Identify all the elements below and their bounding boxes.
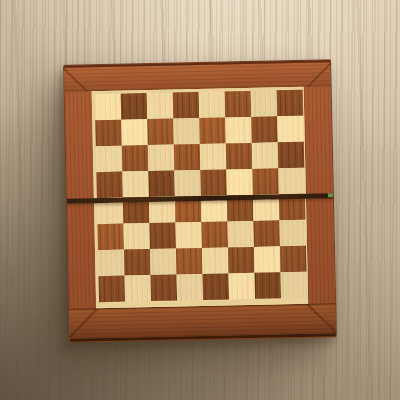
box-frame-bottom	[69, 303, 336, 342]
board-square-r2c3	[147, 119, 174, 146]
board-square-r1c4	[173, 92, 200, 119]
board-square-r4c6	[226, 169, 253, 196]
board-square-r3c6	[226, 143, 253, 170]
board-square-r3c7	[252, 142, 279, 169]
board-square-r8c8	[281, 272, 308, 299]
board-square-r2c7	[251, 116, 278, 143]
board-square-r2c1	[95, 120, 122, 147]
board-square-r7c6	[228, 247, 255, 274]
photo	[0, 0, 400, 400]
board-square-r7c7	[254, 246, 281, 273]
board-square-r4c7	[252, 168, 279, 195]
board-square-r7c2	[124, 249, 151, 276]
board-square-r2c2	[121, 119, 148, 146]
board-square-r1c1	[95, 94, 122, 121]
board-square-r8c5	[203, 273, 230, 300]
board-square-r6c3	[149, 223, 176, 250]
board-square-r7c8	[280, 246, 307, 273]
board-square-r2c5	[199, 117, 226, 144]
board-square-r6c7	[253, 220, 280, 247]
board-square-r2c6	[225, 117, 252, 144]
board-square-r1c3	[147, 93, 174, 120]
board-square-r6c1	[97, 224, 124, 251]
board-square-r1c8	[277, 90, 304, 117]
board-square-r6c8	[279, 220, 306, 247]
board-square-r1c6	[225, 91, 252, 118]
board-square-r2c4	[173, 118, 200, 145]
board-square-r7c3	[150, 249, 177, 276]
board-square-r4c2	[122, 171, 149, 198]
board-square-r8c3	[151, 275, 178, 302]
board-square-r4c4	[174, 170, 201, 197]
board-square-r4c5	[200, 169, 227, 196]
board-square-r4c3	[148, 171, 175, 198]
board-square-r1c5	[199, 91, 226, 118]
board-square-r3c4	[174, 144, 201, 171]
board-square-r3c8	[278, 142, 305, 169]
board-square-r6c4	[175, 222, 202, 249]
board-square-r4c8	[278, 168, 305, 195]
board-square-r7c4	[176, 248, 203, 275]
board-bottom-half	[97, 194, 307, 302]
board-square-r4c1	[96, 172, 123, 199]
board-square-r3c1	[96, 146, 123, 173]
board-top-half	[95, 90, 305, 198]
board-square-r3c3	[148, 145, 175, 172]
board-square-r8c1	[99, 276, 126, 303]
board-square-r6c6	[227, 221, 254, 248]
board-square-r2c8	[277, 116, 304, 143]
board-square-r3c2	[122, 145, 149, 172]
board-square-r1c2	[121, 93, 148, 120]
clasp-glimpse	[328, 193, 333, 197]
board-square-r1c7	[251, 90, 278, 117]
board-square-r6c5	[201, 221, 228, 248]
board-square-r8c7	[255, 272, 282, 299]
board-square-r8c4	[177, 274, 204, 301]
folding-chess-box	[63, 59, 337, 343]
board-square-r7c1	[98, 250, 125, 277]
board-square-r8c2	[125, 275, 152, 302]
board-square-r7c5	[202, 247, 229, 274]
board-square-r3c5	[200, 143, 227, 170]
board-square-r8c6	[229, 273, 256, 300]
board-square-r6c2	[123, 223, 150, 250]
